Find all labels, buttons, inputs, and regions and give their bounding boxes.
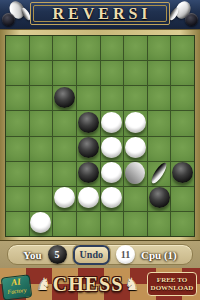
black-disc [149,187,170,208]
white-disc [101,112,122,133]
app-title: REVERSI [48,5,151,23]
board-cell[interactable] [171,61,194,85]
board-cell[interactable] [30,212,53,236]
board-cell[interactable] [6,36,29,60]
board-cell[interactable] [53,187,76,211]
board-cell[interactable] [148,111,171,135]
board-cell[interactable] [101,212,124,236]
board-cell[interactable] [101,187,124,211]
cpu-label: Cpu (1) [141,249,177,261]
board-cell[interactable] [77,111,100,135]
board-cell[interactable] [53,111,76,135]
board-cell[interactable] [101,162,124,186]
board-cell[interactable] [30,187,53,211]
board-frame [0,29,200,241]
knight-icon: ♞ [124,276,139,293]
board-cell[interactable] [171,86,194,110]
board-cell[interactable] [148,36,171,60]
board-cell[interactable] [171,187,194,211]
board-cell[interactable] [6,86,29,110]
board-cell[interactable] [124,187,147,211]
reversi-app-screen: REVERSI You 5 Undo 11 Cpu (1) ♞ CHESS ♞ … [0,0,200,300]
board-cell[interactable] [148,212,171,236]
cpu-score-disc: 11 [116,245,135,264]
board-cell[interactable] [148,61,171,85]
white-disc [101,137,122,158]
reversi-disc-decoration-icon [2,13,15,26]
reversi-disc-decoration-icon [185,13,198,26]
chess-ad-banner[interactable]: ♞ CHESS ♞ FREE TO DOWNLOAD AI Factory [0,268,200,300]
cta-line2: DOWNLOAD [151,284,194,293]
knight-icon: ♞ [36,276,51,293]
board-cell[interactable] [124,86,147,110]
score-panel: You 5 Undo 11 Cpu (1) [7,244,193,265]
board-cell[interactable] [6,111,29,135]
board-grid [5,35,195,237]
black-disc [78,137,99,158]
board-cell[interactable] [171,111,194,135]
board-cell[interactable] [124,111,147,135]
black-disc [78,112,99,133]
white-disc [125,112,146,133]
board-cell[interactable] [53,162,76,186]
board-cell[interactable] [101,61,124,85]
black-disc [54,87,75,108]
board-cell[interactable] [30,86,53,110]
board-cell[interactable] [53,137,76,161]
white-disc [54,187,75,208]
board-cell[interactable] [77,61,100,85]
free-to-download-button[interactable]: FREE TO DOWNLOAD [147,272,197,296]
black-disc [78,162,99,183]
board-cell[interactable] [77,137,100,161]
board-cell[interactable] [148,137,171,161]
board-cell[interactable] [124,212,147,236]
white-disc [78,187,99,208]
ai-factory-logo: AI Factory [1,274,33,300]
white-disc [101,187,122,208]
board-cell[interactable] [30,162,53,186]
board-cell[interactable] [6,212,29,236]
white-disc [30,212,51,233]
board-cell[interactable] [6,137,29,161]
board-cell[interactable] [101,111,124,135]
title-bar: REVERSI [0,0,200,29]
title-plaque: REVERSI [30,2,170,25]
board-cell[interactable] [6,162,29,186]
flipping-disc-flat [125,162,145,184]
flipping-disc-edge [149,160,169,184]
chess-ad-center: ♞ CHESS ♞ [28,268,148,300]
board-cell[interactable] [77,212,100,236]
board-cell[interactable] [124,61,147,85]
board-cell[interactable] [101,36,124,60]
board-cell[interactable] [77,36,100,60]
board-cell[interactable] [77,86,100,110]
black-disc [172,162,193,183]
board-cell[interactable] [53,61,76,85]
white-disc [125,137,146,158]
white-disc [101,162,122,183]
board-cell[interactable] [53,212,76,236]
board-cell[interactable] [101,86,124,110]
board-cell[interactable] [77,162,100,186]
board-cell[interactable] [148,162,171,186]
board-cell[interactable] [124,137,147,161]
board-cell[interactable] [30,111,53,135]
board-cell[interactable] [148,86,171,110]
chess-ad-title: CHESS [53,273,124,296]
board-cell[interactable] [171,137,194,161]
board-cell[interactable] [6,61,29,85]
board-cell[interactable] [53,86,76,110]
board-cell[interactable] [171,36,194,60]
you-label: You [23,249,41,261]
board-cell[interactable] [101,137,124,161]
board-cell[interactable] [171,212,194,236]
board-cell[interactable] [171,162,194,186]
board-cell[interactable] [30,61,53,85]
cta-line1: FREE TO [157,276,187,285]
you-score-disc: 5 [48,245,67,264]
board-cell[interactable] [148,187,171,211]
board-cell[interactable] [30,137,53,161]
board-cell[interactable] [53,36,76,60]
board-cell[interactable] [6,187,29,211]
undo-button[interactable]: Undo [73,245,110,265]
board-cell[interactable] [124,36,147,60]
board-cell[interactable] [30,36,53,60]
board-cell[interactable] [124,162,147,186]
board-cell[interactable] [77,187,100,211]
status-bar: You 5 Undo 11 Cpu (1) [0,241,200,268]
